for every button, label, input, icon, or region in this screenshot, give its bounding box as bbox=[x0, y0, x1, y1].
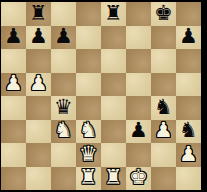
white-pawn-piece[interactable]: ♟ bbox=[179, 144, 198, 165]
square-h7[interactable]: ♟ bbox=[176, 26, 201, 50]
square-d5[interactable] bbox=[76, 73, 101, 97]
square-f5[interactable] bbox=[126, 73, 151, 97]
square-a6[interactable] bbox=[1, 49, 26, 73]
square-g3[interactable]: ♟ bbox=[151, 120, 176, 144]
square-d8[interactable] bbox=[76, 2, 101, 26]
square-b3[interactable] bbox=[26, 120, 51, 144]
square-b6[interactable] bbox=[26, 49, 51, 73]
square-h1[interactable] bbox=[176, 167, 201, 191]
square-e2[interactable] bbox=[101, 143, 126, 167]
white-queen-piece[interactable]: ♛ bbox=[79, 144, 98, 165]
square-b1[interactable] bbox=[26, 167, 51, 191]
black-rook-piece[interactable]: ♜ bbox=[29, 3, 48, 24]
square-g4[interactable]: ♞ bbox=[151, 96, 176, 120]
square-h6[interactable] bbox=[176, 49, 201, 73]
square-e7[interactable] bbox=[101, 26, 126, 50]
square-g6[interactable] bbox=[151, 49, 176, 73]
chess-board: ♜♜♚♟♟♟♟♟♟♛♞♞♞♟♟♞♛♟♜♜♚ bbox=[1, 2, 201, 190]
square-g2[interactable] bbox=[151, 143, 176, 167]
square-c6[interactable] bbox=[51, 49, 76, 73]
square-f6[interactable] bbox=[126, 49, 151, 73]
square-c4[interactable]: ♛ bbox=[51, 96, 76, 120]
square-f7[interactable] bbox=[126, 26, 151, 50]
white-knight-piece[interactable]: ♞ bbox=[54, 120, 73, 141]
square-d1[interactable]: ♜ bbox=[76, 167, 101, 191]
black-pawn-piece[interactable]: ♟ bbox=[54, 26, 73, 47]
square-a5[interactable]: ♟ bbox=[1, 73, 26, 97]
square-g7[interactable] bbox=[151, 26, 176, 50]
black-pawn-piece[interactable]: ♟ bbox=[29, 26, 48, 47]
white-pawn-piece[interactable]: ♟ bbox=[154, 120, 173, 141]
black-pawn-piece[interactable]: ♟ bbox=[129, 120, 148, 141]
chess-app-window: ♜♜♚♟♟♟♟♟♟♛♞♞♞♟♟♞♛♟♜♜♚ bbox=[0, 0, 207, 192]
black-pawn-piece[interactable]: ♟ bbox=[179, 26, 198, 47]
square-g8[interactable]: ♚ bbox=[151, 2, 176, 26]
square-c1[interactable] bbox=[51, 167, 76, 191]
square-b2[interactable] bbox=[26, 143, 51, 167]
square-e5[interactable] bbox=[101, 73, 126, 97]
square-e4[interactable] bbox=[101, 96, 126, 120]
square-b8[interactable]: ♜ bbox=[26, 2, 51, 26]
square-f4[interactable] bbox=[126, 96, 151, 120]
white-pawn-piece[interactable]: ♟ bbox=[4, 73, 23, 94]
square-f2[interactable] bbox=[126, 143, 151, 167]
square-b5[interactable]: ♟ bbox=[26, 73, 51, 97]
square-a7[interactable]: ♟ bbox=[1, 26, 26, 50]
square-h5[interactable] bbox=[176, 73, 201, 97]
square-a1[interactable] bbox=[1, 167, 26, 191]
square-a4[interactable] bbox=[1, 96, 26, 120]
square-d7[interactable] bbox=[76, 26, 101, 50]
black-knight-piece[interactable]: ♞ bbox=[179, 120, 198, 141]
square-b4[interactable] bbox=[26, 96, 51, 120]
square-e3[interactable] bbox=[101, 120, 126, 144]
black-knight-piece[interactable]: ♞ bbox=[154, 97, 173, 118]
square-d3[interactable]: ♞ bbox=[76, 120, 101, 144]
square-c5[interactable] bbox=[51, 73, 76, 97]
square-c8[interactable] bbox=[51, 2, 76, 26]
square-d4[interactable] bbox=[76, 96, 101, 120]
black-king-piece[interactable]: ♚ bbox=[154, 3, 173, 24]
square-c7[interactable]: ♟ bbox=[51, 26, 76, 50]
square-h3[interactable]: ♞ bbox=[176, 120, 201, 144]
square-d6[interactable] bbox=[76, 49, 101, 73]
white-knight-piece[interactable]: ♞ bbox=[79, 120, 98, 141]
square-f1[interactable]: ♚ bbox=[126, 167, 151, 191]
white-rook-piece[interactable]: ♜ bbox=[104, 167, 123, 188]
square-g1[interactable] bbox=[151, 167, 176, 191]
square-e1[interactable]: ♜ bbox=[101, 167, 126, 191]
square-g5[interactable] bbox=[151, 73, 176, 97]
square-c3[interactable]: ♞ bbox=[51, 120, 76, 144]
square-e6[interactable] bbox=[101, 49, 126, 73]
square-d2[interactable]: ♛ bbox=[76, 143, 101, 167]
square-b7[interactable]: ♟ bbox=[26, 26, 51, 50]
square-a8[interactable] bbox=[1, 2, 26, 26]
square-c2[interactable] bbox=[51, 143, 76, 167]
square-h8[interactable] bbox=[176, 2, 201, 26]
white-rook-piece[interactable]: ♜ bbox=[79, 167, 98, 188]
black-rook-piece[interactable]: ♜ bbox=[104, 3, 123, 24]
black-pawn-piece[interactable]: ♟ bbox=[4, 26, 23, 47]
square-f8[interactable] bbox=[126, 2, 151, 26]
square-a2[interactable] bbox=[1, 143, 26, 167]
square-f3[interactable]: ♟ bbox=[126, 120, 151, 144]
square-a3[interactable] bbox=[1, 120, 26, 144]
white-pawn-piece[interactable]: ♟ bbox=[29, 73, 48, 94]
white-king-piece[interactable]: ♚ bbox=[129, 167, 148, 188]
black-queen-piece[interactable]: ♛ bbox=[54, 97, 73, 118]
square-h2[interactable]: ♟ bbox=[176, 143, 201, 167]
square-e8[interactable]: ♜ bbox=[101, 2, 126, 26]
square-h4[interactable] bbox=[176, 96, 201, 120]
